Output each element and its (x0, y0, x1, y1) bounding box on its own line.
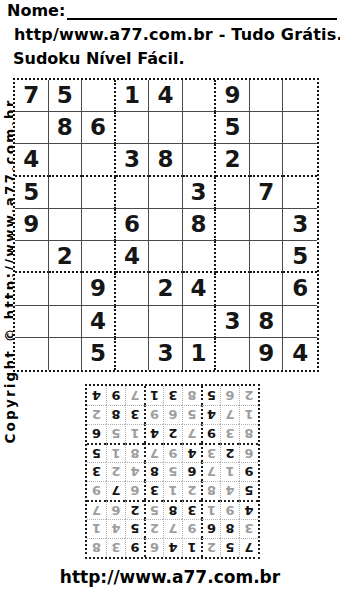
solution-given-digit: 1 (187, 542, 196, 555)
puzzle-cell[interactable] (116, 112, 150, 144)
solution-given-digit: 5 (225, 542, 234, 555)
given-digit: 5 (23, 181, 39, 204)
solution-solved-digit: 5 (111, 428, 120, 441)
solution-cell: 5 (87, 443, 106, 462)
solution-solved-digit: 1 (92, 523, 101, 536)
puzzle-cell[interactable]: 5 (216, 112, 250, 144)
solution-given-digit: 5 (244, 485, 253, 498)
solution-cell: 1 (106, 443, 125, 462)
solution-solved-digit: 3 (225, 428, 234, 441)
solution-cell: 1 (239, 405, 258, 424)
solution-solved-digit: 8 (130, 447, 139, 460)
puzzle-cell[interactable]: 4 (15, 144, 49, 176)
solution-cell: 7 (87, 500, 106, 519)
solution-cell: 4 (201, 405, 220, 424)
solution-solved-digit: 9 (225, 504, 234, 517)
solution-solved-digit: 7 (225, 409, 234, 422)
solution-solved-digit: 7 (207, 466, 216, 479)
solution-cell: 8 (125, 443, 144, 462)
solution-cell: 3 (106, 538, 125, 557)
solution-cell: 4 (239, 500, 258, 519)
solution-cell: 4 (106, 519, 125, 538)
puzzle-cell[interactable] (15, 273, 49, 305)
solution-given-digit: 3 (187, 504, 196, 517)
solution-given-digit: 9 (130, 542, 139, 555)
solution-cell: 8 (182, 386, 201, 405)
puzzle-cell[interactable]: 5 (283, 241, 317, 273)
solution-solved-digit: 7 (168, 523, 177, 536)
solution-cell: 6 (87, 424, 106, 443)
solution-cell: 4 (163, 538, 182, 557)
solution-solved-digit: 1 (225, 466, 234, 479)
puzzle-cell[interactable] (116, 306, 150, 338)
solution-solved-digit: 6 (244, 447, 253, 460)
solution-given-digit: 4 (168, 542, 177, 555)
given-digit: 5 (225, 116, 241, 139)
solution-cell: 9 (144, 405, 163, 424)
solution-cell: 5 (220, 538, 239, 557)
solution-cell: 3 (144, 481, 163, 500)
given-digit: 3 (124, 148, 140, 171)
puzzle-cell[interactable] (149, 112, 183, 144)
puzzle-grid: 7514986543825379683245924643853194 (13, 78, 319, 372)
puzzle-cell[interactable]: 4 (183, 273, 217, 305)
solution-cell: 7 (144, 443, 163, 462)
given-digit: 5 (90, 342, 106, 365)
given-digit: 3 (191, 181, 207, 204)
solution-solved-digit: 3 (111, 542, 120, 555)
given-digit: 8 (258, 310, 274, 333)
puzzle-cell[interactable]: 9 (250, 338, 284, 370)
given-digit: 8 (191, 213, 207, 236)
puzzle-cell[interactable]: 6 (283, 273, 317, 305)
puzzle-cell[interactable]: 3 (283, 209, 317, 241)
solution-cell: 2 (125, 500, 144, 519)
solution-cell: 5 (125, 519, 144, 538)
solution-given-digit: 7 (111, 485, 120, 498)
puzzle-cell[interactable] (15, 306, 49, 338)
solution-cell: 9 (220, 500, 239, 519)
solution-cell: 7 (163, 519, 182, 538)
puzzle-cell[interactable] (183, 112, 217, 144)
puzzle-cell[interactable] (183, 306, 217, 338)
solution-grid: 7521469383869725414913852675482136799176… (85, 384, 260, 559)
solution-cell: 4 (220, 481, 239, 500)
solution-cell: 6 (163, 405, 182, 424)
given-digit: 4 (157, 84, 173, 107)
name-label: Nome: (7, 2, 65, 20)
solution-cell: 8 (239, 424, 258, 443)
puzzle-cell[interactable] (15, 112, 49, 144)
puzzle-cell[interactable] (283, 306, 317, 338)
solution-cell: 5 (182, 405, 201, 424)
puzzle-cell[interactable]: 7 (250, 177, 284, 209)
puzzle-cell[interactable] (49, 209, 83, 241)
given-digit: 9 (225, 84, 241, 107)
solution-cell: 7 (239, 538, 258, 557)
puzzle-cell[interactable]: 9 (82, 273, 116, 305)
puzzle-cell[interactable]: 3 (116, 144, 150, 176)
solution-cell: 5 (201, 386, 220, 405)
puzzle-cell[interactable]: 7 (15, 80, 49, 112)
solution-solved-digit: 9 (187, 523, 196, 536)
solution-cell: 3 (201, 443, 220, 462)
page-title: Sudoku Nível Fácil. (13, 49, 185, 68)
given-digit: 7 (23, 84, 39, 107)
given-digit: 9 (23, 213, 39, 236)
solution-given-digit: 5 (207, 389, 216, 402)
solution-given-digit: 3 (92, 466, 101, 479)
solution-cell: 9 (182, 519, 201, 538)
solution-cell: 9 (201, 424, 220, 443)
given-digit: 4 (124, 245, 140, 268)
solution-cell: 6 (201, 519, 220, 538)
puzzle-cell[interactable]: 2 (149, 273, 183, 305)
solution-solved-digit: 5 (150, 504, 159, 517)
puzzle-cell[interactable]: 9 (15, 209, 49, 241)
solution-given-digit: 9 (244, 466, 253, 479)
solution-solved-digit: 5 (168, 466, 177, 479)
solution-given-digit: 2 (130, 504, 139, 517)
solution-given-digit: 6 (92, 428, 101, 441)
puzzle-cell[interactable]: 5 (49, 80, 83, 112)
solution-cell: 8 (163, 500, 182, 519)
solution-solved-digit: 9 (150, 409, 159, 422)
solution-solved-digit: 8 (187, 389, 196, 402)
given-digit: 3 (157, 342, 173, 365)
puzzle-cell[interactable] (149, 241, 183, 273)
given-digit: 4 (90, 310, 106, 333)
puzzle-cell[interactable]: 4 (82, 306, 116, 338)
puzzle-cell[interactable] (149, 177, 183, 209)
given-digit: 6 (90, 116, 106, 139)
solution-solved-digit: 2 (92, 409, 101, 422)
solution-cell: 1 (87, 519, 106, 538)
solution-solved-digit: 1 (168, 485, 177, 498)
puzzle-cell[interactable] (216, 273, 250, 305)
solution-cell: 3 (182, 500, 201, 519)
solution-solved-digit: 7 (187, 428, 196, 441)
solution-cell: 8 (220, 519, 239, 538)
puzzle-cell[interactable]: 8 (49, 112, 83, 144)
given-digit: 7 (258, 181, 274, 204)
puzzle-cell[interactable] (49, 177, 83, 209)
given-digit: 2 (57, 245, 73, 268)
solution-given-digit: 3 (150, 485, 159, 498)
solution-given-digit: 3 (168, 389, 177, 402)
puzzle-cell[interactable] (250, 80, 284, 112)
solution-cell: 4 (87, 386, 106, 405)
solution-cell: 7 (220, 405, 239, 424)
solution-cell: 4 (125, 462, 144, 481)
solution-cell: 6 (220, 386, 239, 405)
solution-cell: 1 (144, 386, 163, 405)
puzzle-cell[interactable] (216, 209, 250, 241)
solution-solved-digit: 2 (244, 389, 253, 402)
puzzle-cell[interactable]: 1 (183, 338, 217, 370)
solution-cell: 1 (163, 481, 182, 500)
solution-cell: 2 (239, 386, 258, 405)
solution-cell: 7 (125, 386, 144, 405)
solution-given-digit: 8 (225, 523, 234, 536)
solution-cell: 7 (182, 424, 201, 443)
puzzle-cell[interactable]: 2 (49, 241, 83, 273)
puzzle-cell[interactable]: 6 (116, 209, 150, 241)
given-digit: 3 (225, 310, 241, 333)
solution-cell: 9 (125, 538, 144, 557)
solution-cell: 6 (239, 443, 258, 462)
puzzle-cell[interactable]: 8 (149, 144, 183, 176)
solution-solved-digit: 1 (130, 428, 139, 441)
puzzle-cell[interactable] (283, 112, 317, 144)
solution-solved-digit: 7 (130, 389, 139, 402)
puzzle-cell[interactable] (82, 80, 116, 112)
given-digit: 9 (258, 342, 274, 365)
puzzle-cell[interactable] (216, 338, 250, 370)
given-digit: 4 (23, 148, 39, 171)
puzzle-cell[interactable] (216, 241, 250, 273)
solution-cell: 5 (106, 424, 125, 443)
solution-cell: 6 (125, 481, 144, 500)
solution-given-digit: 4 (207, 409, 216, 422)
solution-solved-digit: 6 (111, 504, 120, 517)
solution-solved-digit: 3 (244, 523, 253, 536)
given-digit: 4 (292, 342, 308, 365)
solution-cell: 7 (106, 481, 125, 500)
solution-cell: 2 (182, 481, 201, 500)
given-digit: 4 (191, 277, 207, 300)
solution-solved-digit: 2 (111, 466, 120, 479)
solution-given-digit: 4 (187, 447, 196, 460)
given-digit: 2 (157, 277, 173, 300)
solution-solved-digit: 8 (244, 428, 253, 441)
solution-solved-digit: 8 (207, 485, 216, 498)
puzzle-cell[interactable]: 3 (149, 338, 183, 370)
puzzle-cell[interactable]: 4 (283, 338, 317, 370)
solution-cell: 8 (106, 405, 125, 424)
puzzle-cell[interactable] (250, 112, 284, 144)
solution-cell: 2 (163, 424, 182, 443)
solution-cell: 9 (87, 481, 106, 500)
given-digit: 2 (225, 148, 241, 171)
solution-cell: 5 (144, 500, 163, 519)
solution-cell: 1 (220, 462, 239, 481)
solution-cell: 3 (87, 462, 106, 481)
solution-cell: 5 (239, 481, 258, 500)
solution-solved-digit: 4 (225, 485, 234, 498)
solution-cell: 3 (125, 405, 144, 424)
solution-solved-digit: 6 (168, 409, 177, 422)
solution-given-digit: 8 (168, 504, 177, 517)
site-header-text: http/www.a77.com.br - Tudo Grátis. (14, 25, 340, 44)
puzzle-cell[interactable] (183, 241, 217, 273)
solution-cell: 8 (144, 462, 163, 481)
puzzle-cell[interactable]: 3 (183, 177, 217, 209)
solution-given-digit: 9 (207, 428, 216, 441)
puzzle-cell[interactable]: 6 (82, 112, 116, 144)
puzzle-cell[interactable]: 8 (250, 306, 284, 338)
solution-solved-digit: 9 (168, 447, 177, 460)
solution-solved-digit: 2 (207, 542, 216, 555)
solution-cell: 2 (87, 405, 106, 424)
solution-solved-digit: 6 (130, 485, 139, 498)
puzzle-cell[interactable] (183, 80, 217, 112)
solution-cell: 9 (239, 462, 258, 481)
puzzle-cell[interactable] (250, 144, 284, 176)
solution-given-digit: 3 (130, 409, 139, 422)
puzzle-cell[interactable] (116, 177, 150, 209)
solution-given-digit: 4 (150, 428, 159, 441)
solution-cell: 9 (163, 443, 182, 462)
solution-cell: 8 (87, 538, 106, 557)
puzzle-cell[interactable] (82, 209, 116, 241)
given-digit: 9 (90, 277, 106, 300)
solution-cell: 1 (201, 500, 220, 519)
solution-solved-digit: 7 (92, 504, 101, 517)
puzzle-cell[interactable] (15, 241, 49, 273)
solution-given-digit: 5 (92, 447, 101, 460)
given-digit: 5 (57, 84, 73, 107)
puzzle-cell[interactable] (116, 338, 150, 370)
name-blank-line (67, 2, 337, 20)
solution-solved-digit: 7 (150, 447, 159, 460)
puzzle-cell[interactable] (149, 306, 183, 338)
solution-cell: 1 (125, 424, 144, 443)
solution-cell: 7 (201, 462, 220, 481)
puzzle-cell[interactable] (250, 209, 284, 241)
puzzle-cell[interactable] (250, 241, 284, 273)
solution-cell: 2 (201, 538, 220, 557)
solution-solved-digit: 5 (187, 409, 196, 422)
solution-cell: 3 (220, 424, 239, 443)
solution-solved-digit: 2 (150, 523, 159, 536)
puzzle-cell[interactable]: 8 (183, 209, 217, 241)
solution-solved-digit: 8 (92, 542, 101, 555)
solution-given-digit: 4 (244, 504, 253, 517)
given-digit: 1 (191, 342, 207, 365)
puzzle-cell[interactable]: 1 (116, 80, 150, 112)
solution-given-digit: 1 (150, 389, 159, 402)
solution-cell: 6 (182, 462, 201, 481)
solution-given-digit: 8 (150, 466, 159, 479)
puzzle-cell[interactable] (283, 144, 317, 176)
solution-cell: 5 (163, 462, 182, 481)
puzzle-cell[interactable] (15, 338, 49, 370)
given-digit: 8 (157, 148, 173, 171)
given-digit: 8 (57, 116, 73, 139)
puzzle-cell[interactable] (116, 273, 150, 305)
puzzle-cell[interactable]: 5 (82, 338, 116, 370)
solution-solved-digit: 2 (187, 485, 196, 498)
puzzle-cell[interactable]: 2 (216, 144, 250, 176)
puzzle-cell[interactable] (82, 177, 116, 209)
solution-solved-digit: 4 (130, 466, 139, 479)
puzzle-cell[interactable] (49, 273, 83, 305)
given-digit: 5 (292, 245, 308, 268)
puzzle-cell[interactable] (183, 144, 217, 176)
solution-cell: 4 (182, 443, 201, 462)
solution-solved-digit: 1 (244, 409, 253, 422)
solution-given-digit: 7 (244, 542, 253, 555)
solution-given-digit: 5 (130, 523, 139, 536)
solution-given-digit: 6 (187, 466, 196, 479)
solution-cell: 6 (144, 538, 163, 557)
solution-solved-digit: 6 (225, 389, 234, 402)
puzzle-cell[interactable]: 4 (149, 80, 183, 112)
solution-solved-digit: 1 (207, 504, 216, 517)
solution-cell: 2 (144, 519, 163, 538)
puzzle-cell[interactable] (49, 306, 83, 338)
puzzle-cell[interactable]: 9 (216, 80, 250, 112)
solution-given-digit: 2 (225, 447, 234, 460)
solution-solved-digit: 3 (207, 447, 216, 460)
puzzle-cell[interactable] (82, 144, 116, 176)
solution-cell: 9 (106, 386, 125, 405)
puzzle-cell[interactable]: 3 (216, 306, 250, 338)
solution-given-digit: 6 (207, 523, 216, 536)
puzzle-cell[interactable] (250, 273, 284, 305)
solution-given-digit: 8 (111, 409, 120, 422)
given-digit: 6 (124, 213, 140, 236)
solution-solved-digit: 4 (111, 523, 120, 536)
puzzle-cell[interactable] (216, 177, 250, 209)
solution-cell: 6 (106, 500, 125, 519)
puzzle-cell[interactable] (283, 80, 317, 112)
puzzle-cell[interactable] (49, 338, 83, 370)
puzzle-cell[interactable] (49, 144, 83, 176)
puzzle-cell[interactable]: 4 (116, 241, 150, 273)
solution-cell: 8 (201, 481, 220, 500)
solution-cell: 4 (144, 424, 163, 443)
solution-cell: 3 (239, 519, 258, 538)
solution-cell: 3 (163, 386, 182, 405)
puzzle-cell[interactable] (283, 177, 317, 209)
puzzle-cell[interactable]: 5 (15, 177, 49, 209)
given-digit: 6 (292, 277, 308, 300)
solution-cell: 2 (220, 443, 239, 462)
given-digit: 1 (124, 84, 140, 107)
solution-cell: 1 (182, 538, 201, 557)
given-digit: 3 (292, 213, 308, 236)
footer-url: http://www.a77.com.br (0, 567, 340, 587)
solution-solved-digit: 9 (92, 485, 101, 498)
solution-cell: 2 (106, 462, 125, 481)
solution-solved-digit: 6 (150, 542, 159, 555)
puzzle-cell[interactable] (82, 241, 116, 273)
solution-given-digit: 4 (92, 389, 101, 402)
name-row: Nome: (7, 2, 337, 20)
puzzle-cell[interactable] (149, 209, 183, 241)
solution-given-digit: 2 (168, 428, 177, 441)
solution-solved-digit: 1 (111, 447, 120, 460)
solution-given-digit: 9 (111, 389, 120, 402)
